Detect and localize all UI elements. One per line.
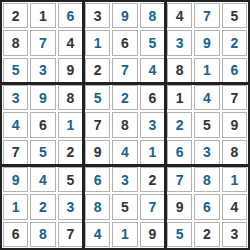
cell-r6c9[interactable]: 8	[222, 140, 247, 165]
cell-r1c9[interactable]: 5	[222, 3, 247, 28]
cell-r6c4[interactable]: 9	[85, 140, 110, 165]
cell-r4c4[interactable]: 5	[85, 85, 110, 110]
cell-r2c2[interactable]: 7	[30, 30, 55, 55]
cell-r1c3[interactable]: 6	[58, 3, 83, 28]
cell-r2c6[interactable]: 5	[140, 30, 165, 55]
cell-r9c1[interactable]: 6	[3, 222, 28, 247]
cell-r5c4[interactable]: 7	[85, 112, 110, 137]
cell-r3c1[interactable]: 5	[3, 58, 28, 83]
sudoku-board: 2163984758741653925392748163985261474617…	[0, 0, 250, 250]
cell-r8c3[interactable]: 3	[58, 194, 83, 219]
cell-r4c2[interactable]: 9	[30, 85, 55, 110]
cell-r3c6[interactable]: 4	[140, 58, 165, 83]
cell-r6c2[interactable]: 5	[30, 140, 55, 165]
cell-r6c8[interactable]: 3	[194, 140, 219, 165]
cell-r8c5[interactable]: 5	[112, 194, 137, 219]
cell-r3c3[interactable]: 9	[58, 58, 83, 83]
cell-r3c4[interactable]: 2	[85, 58, 110, 83]
cell-r7c8[interactable]: 8	[194, 167, 219, 192]
cell-r6c1[interactable]: 7	[3, 140, 28, 165]
cell-r4c6[interactable]: 6	[140, 85, 165, 110]
cell-r6c3[interactable]: 2	[58, 140, 83, 165]
cell-r9c4[interactable]: 4	[85, 222, 110, 247]
cell-r9c9[interactable]: 3	[222, 222, 247, 247]
cell-r8c4[interactable]: 8	[85, 194, 110, 219]
cell-r8c7[interactable]: 9	[167, 194, 192, 219]
cell-r6c5[interactable]: 4	[112, 140, 137, 165]
cell-r2c7[interactable]: 3	[167, 30, 192, 55]
cell-r1c4[interactable]: 3	[85, 3, 110, 28]
cell-r5c2[interactable]: 6	[30, 112, 55, 137]
cell-r5c9[interactable]: 9	[222, 112, 247, 137]
cell-r3c7[interactable]: 8	[167, 58, 192, 83]
cell-r9c8[interactable]: 2	[194, 222, 219, 247]
cell-r3c9[interactable]: 6	[222, 58, 247, 83]
cell-r9c7[interactable]: 5	[167, 222, 192, 247]
cell-r9c2[interactable]: 8	[30, 222, 55, 247]
cell-r4c5[interactable]: 2	[112, 85, 137, 110]
cell-r5c3[interactable]: 1	[58, 112, 83, 137]
cell-r7c9[interactable]: 1	[222, 167, 247, 192]
cell-r7c7[interactable]: 7	[167, 167, 192, 192]
cell-r2c8[interactable]: 9	[194, 30, 219, 55]
cell-r4c3[interactable]: 8	[58, 85, 83, 110]
cell-r8c2[interactable]: 2	[30, 194, 55, 219]
cell-r9c3[interactable]: 7	[58, 222, 83, 247]
cell-r1c1[interactable]: 2	[3, 3, 28, 28]
cell-r5c5[interactable]: 8	[112, 112, 137, 137]
cell-r3c2[interactable]: 3	[30, 58, 55, 83]
cell-r6c6[interactable]: 1	[140, 140, 165, 165]
cell-r8c6[interactable]: 7	[140, 194, 165, 219]
cell-r3c8[interactable]: 1	[194, 58, 219, 83]
cell-r1c7[interactable]: 4	[167, 3, 192, 28]
cell-r5c1[interactable]: 4	[3, 112, 28, 137]
cell-r7c3[interactable]: 5	[58, 167, 83, 192]
cell-r1c5[interactable]: 9	[112, 3, 137, 28]
cell-r4c7[interactable]: 1	[167, 85, 192, 110]
cell-r8c1[interactable]: 1	[3, 194, 28, 219]
cell-r7c2[interactable]: 4	[30, 167, 55, 192]
cell-r7c4[interactable]: 6	[85, 167, 110, 192]
cell-r2c9[interactable]: 2	[222, 30, 247, 55]
cell-r1c8[interactable]: 7	[194, 3, 219, 28]
cell-r8c8[interactable]: 6	[194, 194, 219, 219]
cell-r4c8[interactable]: 4	[194, 85, 219, 110]
cell-r5c7[interactable]: 2	[167, 112, 192, 137]
cell-r8c9[interactable]: 4	[222, 194, 247, 219]
cell-r5c6[interactable]: 3	[140, 112, 165, 137]
cell-r3c5[interactable]: 7	[112, 58, 137, 83]
cell-r1c6[interactable]: 8	[140, 3, 165, 28]
cell-r5c8[interactable]: 5	[194, 112, 219, 137]
cell-r7c5[interactable]: 3	[112, 167, 137, 192]
cell-r2c1[interactable]: 8	[3, 30, 28, 55]
cell-r1c2[interactable]: 1	[30, 3, 55, 28]
cell-r7c6[interactable]: 2	[140, 167, 165, 192]
cell-r4c1[interactable]: 3	[3, 85, 28, 110]
cell-r2c3[interactable]: 4	[58, 30, 83, 55]
cell-r9c6[interactable]: 9	[140, 222, 165, 247]
cell-r4c9[interactable]: 7	[222, 85, 247, 110]
cell-r7c1[interactable]: 9	[3, 167, 28, 192]
cell-r6c7[interactable]: 6	[167, 140, 192, 165]
cell-r2c4[interactable]: 1	[85, 30, 110, 55]
cell-r9c5[interactable]: 1	[112, 222, 137, 247]
cell-r2c5[interactable]: 6	[112, 30, 137, 55]
